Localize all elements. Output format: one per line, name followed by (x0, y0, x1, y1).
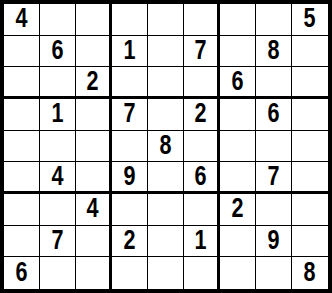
cell-r9c1[interactable]: 6 (4, 257, 40, 289)
given-digit: 5 (304, 5, 316, 33)
cell-r7c4[interactable] (112, 194, 148, 226)
cell-r4c5[interactable] (148, 99, 184, 131)
given-digit: 2 (123, 227, 135, 255)
cell-r2c2[interactable]: 6 (40, 36, 76, 68)
given-digit: 8 (304, 259, 316, 287)
cell-r3c5[interactable] (148, 67, 184, 99)
cell-r3c6[interactable] (184, 67, 220, 99)
given-digit: 1 (123, 37, 135, 65)
cell-r9c5[interactable] (148, 257, 184, 289)
cell-r4c6[interactable]: 2 (184, 99, 220, 131)
cell-r5c5[interactable]: 8 (148, 131, 184, 163)
cell-r9c6[interactable] (184, 257, 220, 289)
given-digit: 4 (15, 5, 27, 33)
cell-r6c9[interactable] (292, 162, 328, 194)
cell-r7c8[interactable] (256, 194, 292, 226)
cell-r7c3[interactable]: 4 (76, 194, 112, 226)
given-digit: 9 (123, 163, 135, 191)
cell-r8c3[interactable] (76, 226, 112, 258)
cell-r6c7[interactable] (220, 162, 256, 194)
cell-r4c4[interactable]: 7 (112, 99, 148, 131)
given-digit: 2 (194, 100, 206, 128)
cell-r7c1[interactable] (4, 194, 40, 226)
cell-r9c2[interactable] (40, 257, 76, 289)
cell-r6c6[interactable]: 6 (184, 162, 220, 194)
cell-r2c7[interactable] (220, 36, 256, 68)
sudoku-board: 4561782617268496742721968 (0, 0, 332, 293)
cell-r3c8[interactable] (256, 67, 292, 99)
cell-r4c2[interactable]: 1 (40, 99, 76, 131)
cell-r7c5[interactable] (148, 194, 184, 226)
cell-r3c9[interactable] (292, 67, 328, 99)
given-digit: 6 (231, 68, 243, 96)
cell-r7c2[interactable] (40, 194, 76, 226)
cell-r5c7[interactable] (220, 131, 256, 163)
cell-r4c9[interactable] (292, 99, 328, 131)
cell-r2c4[interactable]: 1 (112, 36, 148, 68)
cell-r1c5[interactable] (148, 4, 184, 36)
given-digit: 6 (267, 100, 279, 128)
cell-r9c4[interactable] (112, 257, 148, 289)
cell-r6c2[interactable]: 4 (40, 162, 76, 194)
cell-r3c4[interactable] (112, 67, 148, 99)
cell-r6c8[interactable]: 7 (256, 162, 292, 194)
given-digit: 4 (51, 163, 63, 191)
cell-r6c3[interactable] (76, 162, 112, 194)
given-digit: 1 (194, 227, 206, 255)
cell-r8c9[interactable] (292, 226, 328, 258)
cell-r8c7[interactable] (220, 226, 256, 258)
cell-r1c3[interactable] (76, 4, 112, 36)
cell-r1c9[interactable]: 5 (292, 4, 328, 36)
given-digit: 9 (267, 227, 279, 255)
cell-r9c3[interactable] (76, 257, 112, 289)
given-digit: 2 (86, 68, 98, 96)
given-digit: 7 (267, 163, 279, 191)
cell-r5c9[interactable] (292, 131, 328, 163)
cell-r3c1[interactable] (4, 67, 40, 99)
given-digit: 6 (15, 259, 27, 287)
cell-r9c9[interactable]: 8 (292, 257, 328, 289)
cell-r4c1[interactable] (4, 99, 40, 131)
given-digit: 4 (86, 195, 98, 223)
given-digit: 6 (194, 163, 206, 191)
given-digit: 6 (51, 37, 63, 65)
cell-r7c6[interactable] (184, 194, 220, 226)
cell-r1c4[interactable] (112, 4, 148, 36)
cell-r8c5[interactable] (148, 226, 184, 258)
cell-r8c6[interactable]: 1 (184, 226, 220, 258)
cell-r5c4[interactable] (112, 131, 148, 163)
cell-r2c1[interactable] (4, 36, 40, 68)
cell-r5c2[interactable] (40, 131, 76, 163)
cell-r1c7[interactable] (220, 4, 256, 36)
cell-r5c1[interactable] (4, 131, 40, 163)
cell-r1c1[interactable]: 4 (4, 4, 40, 36)
cell-r4c7[interactable] (220, 99, 256, 131)
cell-r5c3[interactable] (76, 131, 112, 163)
cell-r2c3[interactable] (76, 36, 112, 68)
cell-r9c8[interactable] (256, 257, 292, 289)
cell-r8c1[interactable] (4, 226, 40, 258)
given-digit: 2 (231, 195, 243, 223)
cell-r7c7[interactable]: 2 (220, 194, 256, 226)
given-digit: 8 (159, 132, 171, 160)
cell-r2c9[interactable] (292, 36, 328, 68)
cell-r6c5[interactable] (148, 162, 184, 194)
cell-r5c8[interactable] (256, 131, 292, 163)
cell-r3c7[interactable]: 6 (220, 67, 256, 99)
cell-r8c8[interactable]: 9 (256, 226, 292, 258)
cell-r3c2[interactable] (40, 67, 76, 99)
given-digit: 1 (51, 100, 63, 128)
cell-r2c5[interactable] (148, 36, 184, 68)
cell-r4c8[interactable]: 6 (256, 99, 292, 131)
cell-r7c9[interactable] (292, 194, 328, 226)
cell-r8c4[interactable]: 2 (112, 226, 148, 258)
cell-r3c3[interactable]: 2 (76, 67, 112, 99)
given-digit: 8 (267, 37, 279, 65)
cell-r2c6[interactable]: 7 (184, 36, 220, 68)
cell-r2c8[interactable]: 8 (256, 36, 292, 68)
cell-r5c6[interactable] (184, 131, 220, 163)
given-digit: 7 (51, 227, 63, 255)
cell-r6c4[interactable]: 9 (112, 162, 148, 194)
given-digit: 7 (194, 37, 206, 65)
cell-r6c1[interactable] (4, 162, 40, 194)
cell-r1c8[interactable] (256, 4, 292, 36)
cell-r1c6[interactable] (184, 4, 220, 36)
cell-r8c2[interactable]: 7 (40, 226, 76, 258)
cell-r9c7[interactable] (220, 257, 256, 289)
cell-r4c3[interactable] (76, 99, 112, 131)
cell-r1c2[interactable] (40, 4, 76, 36)
given-digit: 7 (123, 100, 135, 128)
